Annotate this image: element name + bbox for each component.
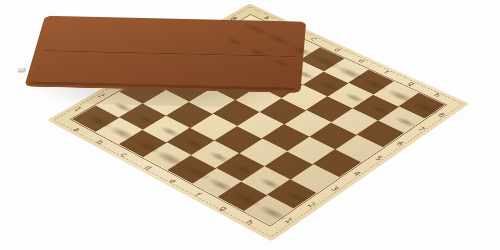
coord-label-c: c [119, 151, 130, 157]
coord-label-b: b [95, 139, 106, 145]
black-rook-glyph: ♜ [255, 157, 282, 215]
chessboard[interactable]: aabbccddeeffgghh1122334455667788 ♜♞♝♚♛♝♞… [47, 4, 470, 242]
coord-label-7: 7 [416, 126, 427, 132]
coord-label-4: 4 [352, 170, 363, 177]
coord-label-d: d [143, 164, 154, 171]
coord-label-h: h [244, 219, 256, 226]
coord-label-2: 2 [307, 201, 318, 208]
black-knight-glyph: ♞ [228, 140, 256, 202]
coord-label-5: 5 [374, 155, 385, 162]
scene-3d: aabbccddeeffgghh1122334455667788 ♜♞♝♚♛♝♞… [31, 0, 471, 250]
camera-projection: aabbccddeeffgghh1122334455667788 ♜♞♝♚♛♝♞… [31, 0, 471, 250]
coord-label-3: 3 [329, 185, 340, 192]
black-pawn-glyph: ♟ [282, 155, 302, 200]
coord-label-1: 1 [73, 106, 84, 112]
white-pawn-glyph: ♟ [392, 82, 411, 124]
coord-label-f: f [194, 191, 203, 197]
black-rook-glyph: ♜ [83, 69, 108, 123]
coord-label-a: a [72, 126, 83, 132]
chess-set-product-photo: aabbccddeeffgghh1122334455667788 ♜♞♝♚♛♝♞… [0, 0, 500, 250]
coord-label-6: 6 [395, 140, 406, 146]
black-bishop-glyph: ♝ [202, 122, 232, 187]
coord-label-e: e [168, 178, 179, 185]
